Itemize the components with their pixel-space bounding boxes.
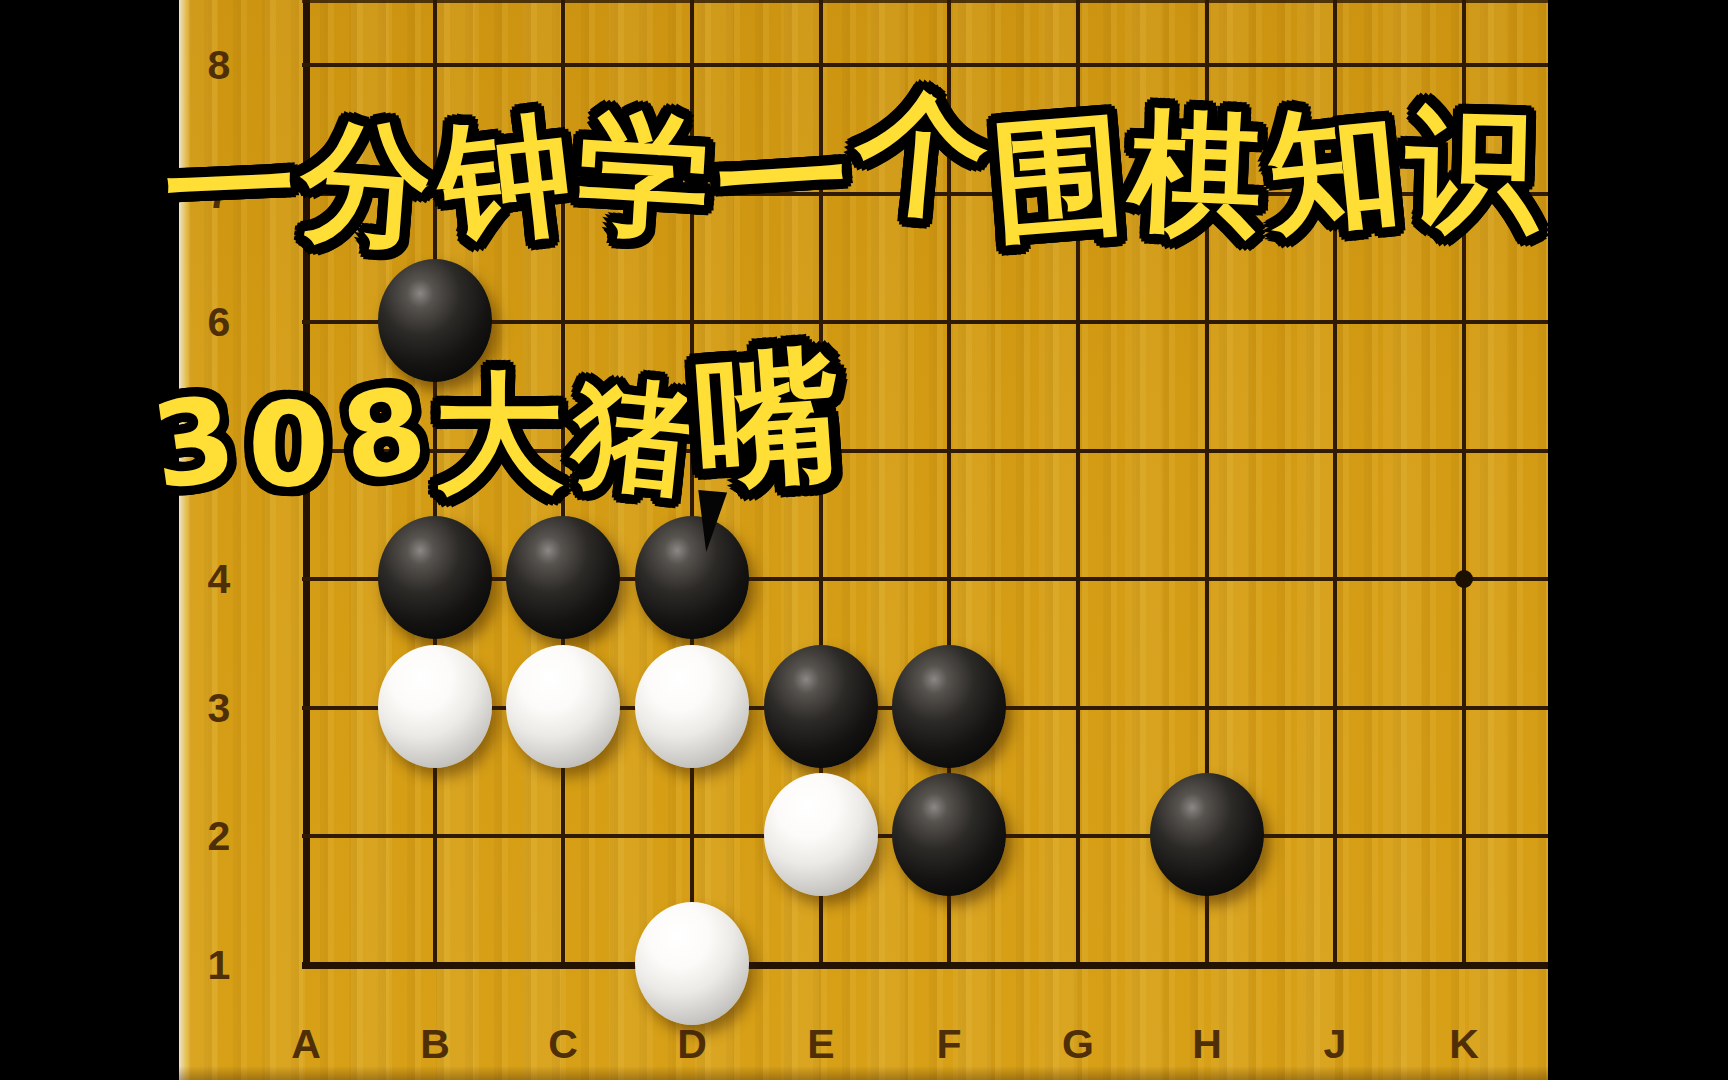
caption-char: 知 [1259, 75, 1414, 266]
frame-bottom-shade [179, 1066, 1548, 1080]
caption-char: 猪 [566, 352, 706, 526]
star-point-K4 [1455, 570, 1473, 588]
black-stone-C4 [506, 516, 620, 639]
column-label-H: H [1177, 1020, 1237, 1068]
white-stone-D1 [635, 902, 749, 1025]
caption-char: 分 [295, 92, 446, 280]
title-caption: 一分钟学一个围棋知识 [163, 81, 1545, 273]
row-label-1: 1 [189, 941, 249, 989]
column-label-J: J [1305, 1020, 1365, 1068]
caption-char: 大 [434, 348, 569, 524]
row-label-4: 4 [189, 555, 249, 603]
caption-char: 围 [985, 85, 1137, 273]
column-label-C: C [533, 1020, 593, 1068]
caption-char: 0 [247, 376, 335, 514]
column-label-A: A [276, 1020, 336, 1068]
grid-line-top-edge [302, 0, 1548, 3]
caption-char: 一 [160, 97, 306, 281]
black-stone-B4 [378, 516, 492, 639]
black-stone-H2 [1150, 773, 1264, 896]
caption-char: 8 [333, 359, 439, 508]
row-label-8: 8 [189, 41, 249, 89]
row-label-3: 3 [189, 684, 249, 732]
column-label-G: G [1048, 1020, 1108, 1068]
caption-char: 一 [711, 89, 860, 275]
letterbox-left [0, 0, 179, 1080]
column-label-F: F [919, 1020, 979, 1068]
caption-char: 个 [848, 61, 1002, 251]
column-label-E: E [791, 1020, 851, 1068]
row-label-6: 6 [189, 298, 249, 346]
white-stone-D3 [635, 645, 749, 768]
white-stone-E2 [764, 773, 878, 896]
caption-char: 棋 [1126, 84, 1271, 268]
black-stone-F3 [892, 645, 1006, 768]
caption-char: 3 [144, 369, 248, 516]
black-stone-D4 [635, 516, 749, 639]
black-stone-E3 [764, 645, 878, 768]
white-stone-C3 [506, 645, 620, 768]
column-label-D: D [662, 1020, 722, 1068]
letterbox-right [1548, 0, 1728, 1080]
grid-line-row-1 [302, 962, 1548, 969]
white-stone-B3 [378, 645, 492, 768]
caption-char: 学 [573, 84, 721, 270]
black-stone-F2 [892, 773, 1006, 896]
caption-char: 钟 [430, 84, 588, 277]
row-label-2: 2 [189, 812, 249, 860]
column-label-K: K [1434, 1020, 1494, 1068]
column-label-B: B [405, 1020, 465, 1068]
video-frame: 87654321ABCDEFGHJK 一分钟学一个围棋知识 308大猪嘴 [0, 0, 1728, 1080]
caption-char: 识 [1404, 80, 1546, 261]
subtitle-caption: 308大猪嘴 [145, 334, 842, 534]
